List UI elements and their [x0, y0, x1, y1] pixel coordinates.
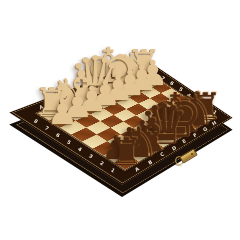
- chess-board: [9, 60, 232, 185]
- fold-seam-side: [67, 158, 73, 161]
- chess-set-photo: AABBCCDDEEFFGGHH1122334455667788 ♜♞♝♛♚♝♞…: [0, 0, 240, 240]
- brass-clasp-pin: [191, 153, 193, 155]
